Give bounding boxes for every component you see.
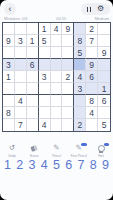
cell-r8c4[interactable] bbox=[39, 107, 51, 119]
cell-r5c6[interactable]: 2 bbox=[62, 71, 74, 83]
cell-r2c2[interactable]: 3 bbox=[15, 35, 27, 47]
eraser-icon bbox=[31, 144, 37, 152]
cell-r3c8[interactable] bbox=[86, 47, 98, 59]
cell-r4c9[interactable] bbox=[98, 59, 110, 71]
cell-r7c8[interactable]: 8 bbox=[86, 95, 98, 107]
cell-r1c4[interactable]: 1 bbox=[39, 23, 51, 35]
cell-r3c7[interactable]: 5 bbox=[74, 47, 86, 59]
pause-icon[interactable] bbox=[87, 7, 91, 12]
cell-r7c2[interactable]: 4 bbox=[15, 95, 27, 107]
numpad-1[interactable]: 1 bbox=[2, 158, 13, 172]
cell-r6c4[interactable] bbox=[39, 83, 51, 95]
cell-r4c6[interactable] bbox=[62, 59, 74, 71]
cell-r9c8[interactable] bbox=[86, 119, 98, 131]
cell-r2c9[interactable] bbox=[98, 35, 110, 47]
cell-r3c2[interactable] bbox=[15, 47, 27, 59]
numpad-6[interactable]: 6 bbox=[63, 158, 74, 172]
cell-r6c5[interactable] bbox=[51, 83, 63, 95]
cell-r4c4[interactable] bbox=[39, 59, 51, 71]
cell-r2c1[interactable]: 9 bbox=[3, 35, 15, 47]
sudoku-board: 1492931587593691324631486847425 bbox=[2, 22, 111, 132]
cell-r2c4[interactable]: 5 bbox=[39, 35, 51, 47]
cell-r4c1[interactable]: 3 bbox=[3, 59, 15, 71]
cell-r5c3[interactable] bbox=[27, 71, 39, 83]
cell-r8c7[interactable] bbox=[74, 107, 86, 119]
cell-r7c6[interactable] bbox=[62, 95, 74, 107]
cell-r3c5[interactable] bbox=[51, 47, 63, 59]
cell-r5c4[interactable]: 3 bbox=[39, 71, 51, 83]
cell-r7c3[interactable] bbox=[27, 95, 39, 107]
cell-r6c9[interactable]: 1 bbox=[98, 83, 110, 95]
gear-icon[interactable]: ⚙ bbox=[97, 5, 104, 13]
cell-r3c3[interactable] bbox=[27, 47, 39, 59]
cell-r1c3[interactable] bbox=[27, 23, 39, 35]
cell-r8c3[interactable] bbox=[27, 107, 39, 119]
cell-r1c2[interactable] bbox=[15, 23, 27, 35]
numpad-3[interactable]: 3 bbox=[27, 158, 38, 172]
cell-r5c5[interactable] bbox=[51, 71, 63, 83]
numpad-2[interactable]: 2 bbox=[14, 158, 25, 172]
cell-r9c2[interactable]: 7 bbox=[15, 119, 27, 131]
difficulty-label: Medium bbox=[95, 16, 109, 21]
cell-r4c2[interactable] bbox=[15, 59, 27, 71]
pencil-icon: ✎ bbox=[53, 144, 59, 152]
cell-r8c9[interactable] bbox=[98, 107, 110, 119]
back-chevron-icon: ‹ bbox=[9, 4, 12, 14]
cell-r2c6[interactable] bbox=[62, 35, 74, 47]
cell-r9c3[interactable] bbox=[27, 119, 39, 131]
numpad-8[interactable]: 8 bbox=[88, 158, 99, 172]
cell-r7c5[interactable] bbox=[51, 95, 63, 107]
cell-r3c1[interactable] bbox=[3, 47, 15, 59]
topbar-pill: ⚙ bbox=[81, 3, 110, 15]
cell-r9c5[interactable] bbox=[51, 119, 63, 131]
back-button[interactable]: ‹ bbox=[4, 3, 16, 15]
mistakes-counter: Mistakes: 0/3 bbox=[4, 16, 28, 21]
numpad-9[interactable]: 9 bbox=[100, 158, 111, 172]
cell-r7c1[interactable] bbox=[3, 95, 15, 107]
cell-r9c4[interactable]: 4 bbox=[39, 119, 51, 131]
timer: 00:15 bbox=[56, 16, 66, 21]
cell-r8c1[interactable]: 8 bbox=[3, 107, 15, 119]
cell-r3c4[interactable] bbox=[39, 47, 51, 59]
cell-r2c5[interactable] bbox=[51, 35, 63, 47]
numpad-4[interactable]: 4 bbox=[39, 158, 50, 172]
cell-r6c6[interactable] bbox=[62, 83, 74, 95]
cell-r5c7[interactable]: 4 bbox=[74, 71, 86, 83]
cell-r8c8[interactable]: 4 bbox=[86, 107, 98, 119]
cell-r2c3[interactable]: 1 bbox=[27, 35, 39, 47]
cell-r2c8[interactable]: 7 bbox=[86, 35, 98, 47]
cell-r3c6[interactable] bbox=[62, 47, 74, 59]
cell-r4c5[interactable] bbox=[51, 59, 63, 71]
cell-r4c3[interactable]: 6 bbox=[27, 59, 39, 71]
badge bbox=[104, 143, 110, 147]
cell-r5c9[interactable] bbox=[98, 71, 110, 83]
number-pad: 123456789 bbox=[2, 156, 111, 174]
cell-r5c8[interactable]: 6 bbox=[86, 71, 98, 83]
numpad-7[interactable]: 7 bbox=[76, 158, 87, 172]
cell-r6c1[interactable] bbox=[3, 83, 15, 95]
cell-r4c8[interactable]: 9 bbox=[86, 59, 98, 71]
cell-r4c7[interactable] bbox=[74, 59, 86, 71]
cell-r7c4[interactable] bbox=[39, 95, 51, 107]
cell-r3c9[interactable]: 9 bbox=[98, 47, 110, 59]
sudoku-app: ‹ ⚙ Mistakes: 0/3 00:15 Medium 149293158… bbox=[0, 0, 113, 200]
cell-r9c1[interactable] bbox=[3, 119, 15, 131]
cell-r2c7[interactable]: 8 bbox=[74, 35, 86, 47]
cell-r1c8[interactable]: 2 bbox=[86, 23, 98, 35]
cell-r6c3[interactable] bbox=[27, 83, 39, 95]
cell-r1c1[interactable] bbox=[3, 23, 15, 35]
cell-r9c9[interactable]: 5 bbox=[98, 119, 110, 131]
numpad-5[interactable]: 5 bbox=[51, 158, 62, 172]
cell-r8c5[interactable] bbox=[51, 107, 63, 119]
cell-r1c5[interactable]: 4 bbox=[51, 23, 63, 35]
cell-r1c9[interactable] bbox=[98, 23, 110, 35]
cell-r6c7[interactable]: 3 bbox=[74, 83, 86, 95]
cell-r8c6[interactable] bbox=[62, 107, 74, 119]
cell-r1c6[interactable]: 9 bbox=[62, 23, 74, 35]
stats-row: Mistakes: 0/3 00:15 Medium bbox=[4, 16, 109, 21]
cell-r9c6[interactable] bbox=[62, 119, 74, 131]
cell-r8c2[interactable] bbox=[15, 107, 27, 119]
cell-r6c2[interactable] bbox=[15, 83, 27, 95]
cell-r1c7[interactable] bbox=[74, 23, 86, 35]
cell-r7c9[interactable]: 6 bbox=[98, 95, 110, 107]
undo-icon: ↺ bbox=[9, 144, 15, 152]
cell-r6c8[interactable] bbox=[86, 83, 98, 95]
badge bbox=[81, 143, 87, 147]
cell-r9c7[interactable]: 2 bbox=[74, 119, 86, 131]
cell-r7c7[interactable] bbox=[74, 95, 86, 107]
cell-r5c1[interactable]: 1 bbox=[3, 71, 15, 83]
cell-r5c2[interactable] bbox=[15, 71, 27, 83]
